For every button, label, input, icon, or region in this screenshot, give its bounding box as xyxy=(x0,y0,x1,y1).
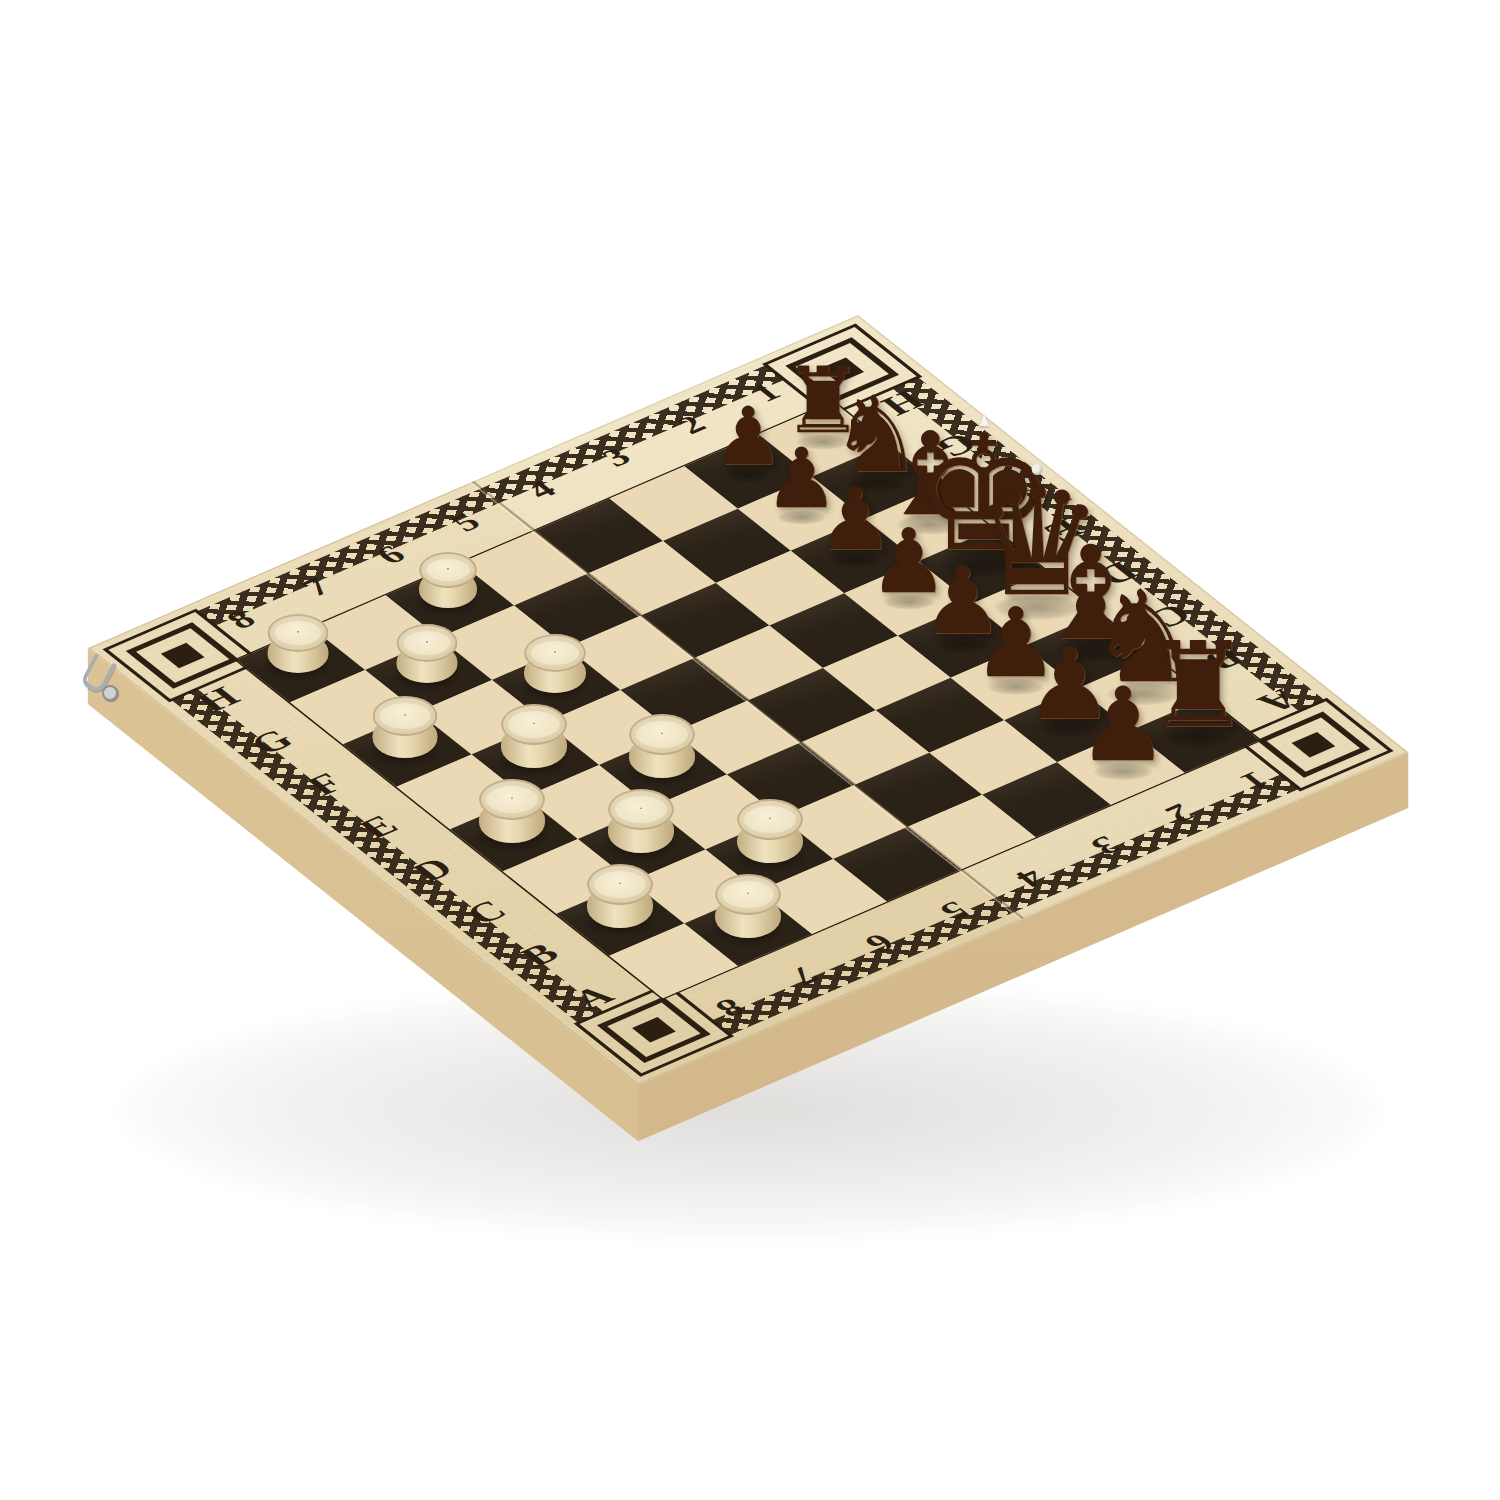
checker-top xyxy=(737,799,803,840)
metal-latch[interactable] xyxy=(78,655,130,713)
checker-d6[interactable] xyxy=(629,714,695,778)
checker-top xyxy=(373,696,438,736)
checker-d8[interactable] xyxy=(479,779,545,843)
checker-b6[interactable] xyxy=(737,799,803,863)
checker-top xyxy=(396,624,457,662)
king-white-spike-icon xyxy=(979,409,989,427)
checker-top xyxy=(608,789,674,830)
latch-pin-icon xyxy=(102,685,118,701)
checker-top xyxy=(419,552,477,588)
pawn-glyph-icon: ♟ xyxy=(1077,676,1168,774)
checker-top xyxy=(268,614,329,652)
checker-c7[interactable] xyxy=(608,789,674,853)
checker-top xyxy=(501,704,567,745)
checker-f8[interactable] xyxy=(373,696,438,758)
checker-g7[interactable] xyxy=(396,624,457,683)
checker-top xyxy=(524,634,586,672)
checker-top xyxy=(715,874,781,915)
queen-white-ball-icon xyxy=(1032,464,1043,475)
checker-a7[interactable] xyxy=(715,874,781,938)
checker-top xyxy=(629,714,695,755)
checker-h8[interactable] xyxy=(268,614,329,673)
piece-pawn-a2[interactable]: ♟ xyxy=(1077,676,1168,774)
checker-top xyxy=(479,779,545,820)
checker-h6[interactable] xyxy=(419,552,477,608)
product-photo-stage: HGFEDCBA HGFEDCBA 12345678 12345678 ♜♟♞♟… xyxy=(0,0,1500,1500)
checker-top xyxy=(587,864,653,905)
checker-f6[interactable] xyxy=(524,634,586,693)
checker-b8[interactable] xyxy=(587,864,653,928)
checker-e7[interactable] xyxy=(501,704,567,768)
